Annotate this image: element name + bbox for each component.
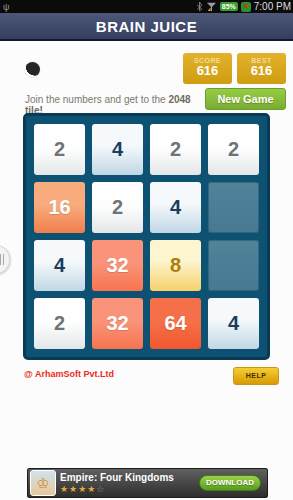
star-filled-icon: ★	[69, 484, 78, 494]
empty-cell	[208, 240, 259, 291]
tile-16: 16	[34, 182, 85, 233]
download-button[interactable]: DOWNLOAD	[199, 475, 261, 491]
clock: 7:00 PM	[254, 1, 291, 12]
tile-4: 4	[34, 240, 85, 291]
tile-4: 4	[92, 124, 143, 175]
empty-cell	[208, 182, 259, 233]
battery-icon: 85%	[220, 2, 238, 11]
star-empty-icon: ☆	[96, 484, 105, 494]
theme-toggle-icon[interactable]	[25, 62, 40, 77]
ad-banner[interactable]: ♔ Empire: Four Kingdoms ★★★★☆ DOWNLOAD	[27, 468, 268, 498]
side-pull-handle[interactable]	[0, 245, 10, 274]
bluetooth-icon	[196, 1, 203, 12]
tile-8: 8	[150, 240, 201, 291]
tile-2: 2	[92, 182, 143, 233]
star-filled-icon: ★	[87, 484, 96, 494]
star-filled-icon: ★	[78, 484, 87, 494]
star-filled-icon: ★	[60, 484, 69, 494]
new-game-button[interactable]: New Game	[205, 88, 286, 110]
score-badge: SCORE 616	[183, 53, 232, 84]
status-bar: ψ 85% ✕ 7:00 PM	[0, 0, 293, 13]
instruction-plain: Join the numbers and get to the	[25, 94, 168, 105]
tile-4: 4	[150, 182, 201, 233]
ad-rating-stars: ★★★★☆	[60, 484, 199, 494]
app-screen: ψ 85% ✕ 7:00 PM BRAIN JUICE SCORE 616 BE…	[0, 0, 293, 500]
best-value: 616	[237, 64, 286, 78]
title-bar: BRAIN JUICE	[0, 13, 293, 41]
score-value: 616	[183, 64, 232, 78]
tile-2: 2	[150, 124, 201, 175]
sim-error-icon: ✕	[241, 2, 251, 12]
developer-credit-link[interactable]: @ ArhamSoft Pvt.Ltd	[24, 369, 114, 379]
board-grid[interactable]: 242216244328232644	[23, 113, 270, 360]
signal-warning-icon	[206, 1, 217, 12]
tile-4: 4	[208, 298, 259, 349]
tile-2: 2	[34, 298, 85, 349]
tile-2: 2	[34, 124, 85, 175]
tile-2: 2	[208, 124, 259, 175]
help-button[interactable]: HELP	[233, 367, 279, 385]
ad-thumbnail-icon: ♔	[30, 470, 56, 496]
ad-title: Empire: Four Kingdoms	[60, 472, 199, 484]
best-badge: BEST 616	[237, 53, 286, 84]
tile-32: 32	[92, 298, 143, 349]
usb-icon: ψ	[3, 0, 9, 13]
app-title: BRAIN JUICE	[96, 18, 197, 35]
tile-32: 32	[92, 240, 143, 291]
tile-64: 64	[150, 298, 201, 349]
